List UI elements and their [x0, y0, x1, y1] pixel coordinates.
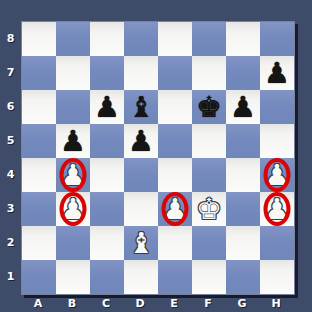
square-e3[interactable]: ♟ [158, 192, 192, 226]
square-d2[interactable]: ♝ [124, 226, 158, 260]
square-e8[interactable] [158, 22, 192, 56]
square-e5[interactable] [158, 124, 192, 158]
file-label-f: F [191, 294, 225, 312]
square-f5[interactable] [192, 124, 226, 158]
square-b2[interactable] [56, 226, 90, 260]
square-a7[interactable] [22, 56, 56, 90]
rank-label-1: 1 [0, 259, 21, 293]
square-d7[interactable] [124, 56, 158, 90]
white-bishop[interactable]: ♝ [124, 226, 158, 260]
chess-diagram: 87654321 ♟♟♝♚♟♟♟♟♟♟♟♚♟♝ ABCDEFGH [0, 0, 312, 312]
square-g8[interactable] [226, 22, 260, 56]
square-b1[interactable] [56, 260, 90, 294]
rank-label-8: 8 [0, 21, 21, 55]
square-d6[interactable]: ♝ [124, 90, 158, 124]
black-pawn[interactable]: ♟ [226, 90, 260, 124]
rank-label-7: 7 [0, 55, 21, 89]
square-e4[interactable] [158, 158, 192, 192]
square-b6[interactable] [56, 90, 90, 124]
square-b8[interactable] [56, 22, 90, 56]
square-c8[interactable] [90, 22, 124, 56]
black-bishop[interactable]: ♝ [124, 90, 158, 124]
square-f7[interactable] [192, 56, 226, 90]
square-c4[interactable] [90, 158, 124, 192]
square-b5[interactable]: ♟ [56, 124, 90, 158]
square-g7[interactable] [226, 56, 260, 90]
white-pawn[interactable]: ♟ [56, 192, 90, 226]
square-d3[interactable] [124, 192, 158, 226]
square-a8[interactable] [22, 22, 56, 56]
square-h2[interactable] [260, 226, 294, 260]
rank-label-5: 5 [0, 123, 21, 157]
square-f2[interactable] [192, 226, 226, 260]
square-g2[interactable] [226, 226, 260, 260]
square-c3[interactable] [90, 192, 124, 226]
black-pawn[interactable]: ♟ [90, 90, 124, 124]
square-d1[interactable] [124, 260, 158, 294]
square-d4[interactable] [124, 158, 158, 192]
file-label-a: A [21, 294, 55, 312]
square-f6[interactable]: ♚ [192, 90, 226, 124]
file-label-b: B [55, 294, 89, 312]
white-pawn[interactable]: ♟ [260, 192, 294, 226]
file-labels: ABCDEFGH [21, 294, 293, 312]
square-g5[interactable] [226, 124, 260, 158]
square-a6[interactable] [22, 90, 56, 124]
square-g6[interactable]: ♟ [226, 90, 260, 124]
square-f4[interactable] [192, 158, 226, 192]
white-pawn[interactable]: ♟ [56, 158, 90, 192]
square-h4[interactable]: ♟ [260, 158, 294, 192]
file-label-d: D [123, 294, 157, 312]
square-a5[interactable] [22, 124, 56, 158]
square-c6[interactable]: ♟ [90, 90, 124, 124]
square-c7[interactable] [90, 56, 124, 90]
rank-label-2: 2 [0, 225, 21, 259]
square-c5[interactable] [90, 124, 124, 158]
square-h8[interactable] [260, 22, 294, 56]
rank-label-6: 6 [0, 89, 21, 123]
square-h1[interactable] [260, 260, 294, 294]
square-d8[interactable] [124, 22, 158, 56]
square-h7[interactable]: ♟ [260, 56, 294, 90]
black-pawn[interactable]: ♟ [260, 56, 294, 90]
square-b7[interactable] [56, 56, 90, 90]
square-b3[interactable]: ♟ [56, 192, 90, 226]
black-pawn[interactable]: ♟ [124, 124, 158, 158]
rank-label-3: 3 [0, 191, 21, 225]
square-g1[interactable] [226, 260, 260, 294]
square-a3[interactable] [22, 192, 56, 226]
square-h5[interactable] [260, 124, 294, 158]
square-e1[interactable] [158, 260, 192, 294]
square-f8[interactable] [192, 22, 226, 56]
square-g4[interactable] [226, 158, 260, 192]
square-a1[interactable] [22, 260, 56, 294]
rank-labels: 87654321 [0, 21, 21, 293]
square-c1[interactable] [90, 260, 124, 294]
square-e7[interactable] [158, 56, 192, 90]
square-f3[interactable]: ♚ [192, 192, 226, 226]
white-king[interactable]: ♚ [192, 192, 226, 226]
file-label-e: E [157, 294, 191, 312]
square-d5[interactable]: ♟ [124, 124, 158, 158]
square-e6[interactable] [158, 90, 192, 124]
square-g3[interactable] [226, 192, 260, 226]
square-c2[interactable] [90, 226, 124, 260]
square-a4[interactable] [22, 158, 56, 192]
chess-board: ♟♟♝♚♟♟♟♟♟♟♟♚♟♝ [21, 21, 295, 295]
black-king[interactable]: ♚ [192, 90, 226, 124]
square-f1[interactable] [192, 260, 226, 294]
square-b4[interactable]: ♟ [56, 158, 90, 192]
square-a2[interactable] [22, 226, 56, 260]
square-e2[interactable] [158, 226, 192, 260]
square-h6[interactable] [260, 90, 294, 124]
rank-label-4: 4 [0, 157, 21, 191]
file-label-g: G [225, 294, 259, 312]
square-h3[interactable]: ♟ [260, 192, 294, 226]
white-pawn[interactable]: ♟ [158, 192, 192, 226]
white-pawn[interactable]: ♟ [260, 158, 294, 192]
file-label-c: C [89, 294, 123, 312]
black-pawn[interactable]: ♟ [56, 124, 90, 158]
file-label-h: H [259, 294, 293, 312]
